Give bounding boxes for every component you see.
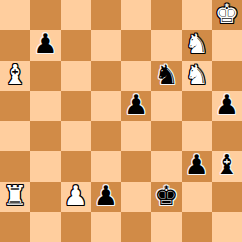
square-h4[interactable] [212,121,242,151]
square-d6[interactable] [91,61,121,91]
square-h1[interactable] [212,212,242,242]
square-a2[interactable]: ♜ [0,182,30,212]
square-f8[interactable] [151,0,181,30]
square-b8[interactable] [30,0,60,30]
square-h2[interactable] [212,182,242,212]
square-d1[interactable] [91,212,121,242]
square-f6[interactable]: ♞ [151,61,181,91]
square-a5[interactable] [0,91,30,121]
square-c4[interactable] [61,121,91,151]
square-f7[interactable] [151,30,181,60]
piece-black-P-d2[interactable]: ♟ [94,181,118,211]
square-h8[interactable]: ♚ [212,0,242,30]
square-a7[interactable] [0,30,30,60]
square-d2[interactable]: ♟ [91,182,121,212]
chess-diagram: ♚♟♞♝♞♞♟♟♟♝♜♟♟♚ [0,0,242,242]
square-g7[interactable]: ♞ [182,30,212,60]
piece-white-P-c2[interactable]: ♟ [64,181,88,211]
piece-black-B-h3[interactable]: ♝ [215,150,239,180]
piece-black-P-h5[interactable]: ♟ [215,90,239,120]
square-c2[interactable]: ♟ [61,182,91,212]
square-e2[interactable] [121,182,151,212]
square-e6[interactable] [121,61,151,91]
piece-white-R-a2[interactable]: ♜ [3,181,27,211]
square-h5[interactable]: ♟ [212,91,242,121]
square-b6[interactable] [30,61,60,91]
square-g4[interactable] [182,121,212,151]
square-f4[interactable] [151,121,181,151]
square-e3[interactable] [121,151,151,181]
square-b7[interactable]: ♟ [30,30,60,60]
square-h7[interactable] [212,30,242,60]
piece-black-P-b7[interactable]: ♟ [33,29,57,59]
square-d8[interactable] [91,0,121,30]
square-d7[interactable] [91,30,121,60]
piece-black-N-f6[interactable]: ♞ [154,60,178,90]
square-b3[interactable] [30,151,60,181]
square-c6[interactable] [61,61,91,91]
square-g1[interactable] [182,212,212,242]
square-g2[interactable] [182,182,212,212]
piece-white-B-a6[interactable]: ♝ [3,60,27,90]
piece-white-K-h8[interactable]: ♚ [215,0,239,29]
square-f1[interactable] [151,212,181,242]
square-c8[interactable] [61,0,91,30]
piece-white-N-g7[interactable]: ♞ [185,29,209,59]
square-b2[interactable] [30,182,60,212]
piece-white-N-g6[interactable]: ♞ [185,60,209,90]
square-e8[interactable] [121,0,151,30]
chess-board: ♚♟♞♝♞♞♟♟♟♝♜♟♟♚ [0,0,242,242]
square-d5[interactable] [91,91,121,121]
square-g6[interactable]: ♞ [182,61,212,91]
square-h3[interactable]: ♝ [212,151,242,181]
square-c3[interactable] [61,151,91,181]
square-d3[interactable] [91,151,121,181]
square-e4[interactable] [121,121,151,151]
piece-black-P-e5[interactable]: ♟ [124,90,148,120]
square-f3[interactable] [151,151,181,181]
square-b5[interactable] [30,91,60,121]
square-e5[interactable]: ♟ [121,91,151,121]
square-e1[interactable] [121,212,151,242]
square-e7[interactable] [121,30,151,60]
square-a6[interactable]: ♝ [0,61,30,91]
square-d4[interactable] [91,121,121,151]
square-g3[interactable]: ♟ [182,151,212,181]
square-c7[interactable] [61,30,91,60]
piece-black-K-f2[interactable]: ♚ [154,181,178,211]
piece-black-P-g3[interactable]: ♟ [185,150,209,180]
square-a8[interactable] [0,0,30,30]
square-f2[interactable]: ♚ [151,182,181,212]
square-c1[interactable] [61,212,91,242]
square-a4[interactable] [0,121,30,151]
square-c5[interactable] [61,91,91,121]
square-a3[interactable] [0,151,30,181]
square-f5[interactable] [151,91,181,121]
square-g5[interactable] [182,91,212,121]
square-b1[interactable] [30,212,60,242]
square-h6[interactable] [212,61,242,91]
square-b4[interactable] [30,121,60,151]
square-g8[interactable] [182,0,212,30]
square-a1[interactable] [0,212,30,242]
